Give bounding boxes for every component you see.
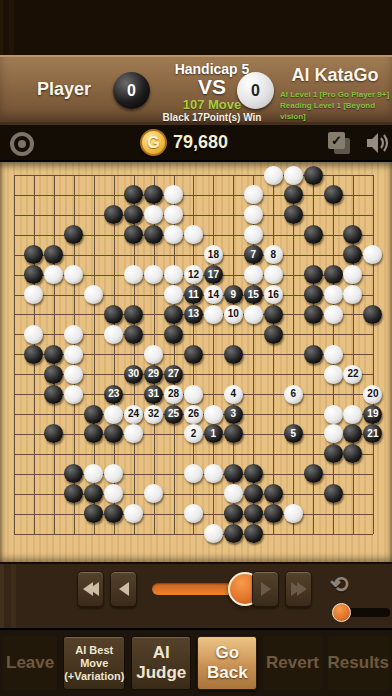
go-back-button[interactable]: Go Back bbox=[197, 636, 257, 690]
move-number: 25 bbox=[168, 409, 179, 419]
white-stone bbox=[104, 405, 123, 424]
white-stone bbox=[204, 305, 223, 324]
grid-line bbox=[14, 534, 373, 535]
white-stone: 28 bbox=[164, 385, 183, 404]
white-stone: 2 bbox=[184, 424, 203, 443]
white-stone: 16 bbox=[264, 285, 283, 304]
black-stone bbox=[304, 265, 323, 284]
black-stone bbox=[164, 305, 183, 324]
checkbox-check-glyph: ✓ bbox=[328, 132, 345, 149]
white-stone bbox=[64, 325, 83, 344]
white-stone bbox=[184, 225, 203, 244]
white-stone bbox=[324, 365, 343, 384]
white-stone bbox=[44, 265, 63, 284]
white-stone bbox=[184, 385, 203, 404]
black-stone bbox=[264, 484, 283, 503]
ai-info: AI KataGo AI Level 1 [Pro Go Player 9+] … bbox=[280, 65, 390, 122]
white-stone bbox=[284, 166, 303, 185]
move-number: 4 bbox=[231, 389, 237, 399]
ai-best-move-button[interactable]: AI Best Move (+Variation) bbox=[63, 636, 125, 690]
white-stone bbox=[64, 265, 83, 284]
black-stone bbox=[144, 225, 163, 244]
white-stone: 4 bbox=[224, 385, 243, 404]
white-stone bbox=[244, 265, 263, 284]
black-stone: 29 bbox=[144, 365, 163, 384]
white-capture-counter: 0 bbox=[237, 72, 274, 109]
black-stone bbox=[124, 185, 143, 204]
black-stone bbox=[224, 504, 243, 523]
black-stone bbox=[84, 484, 103, 503]
white-stone: 20 bbox=[363, 385, 382, 404]
black-stone bbox=[324, 444, 343, 463]
white-stone bbox=[84, 285, 103, 304]
black-stone bbox=[324, 484, 343, 503]
black-stone bbox=[64, 464, 83, 483]
move-slider[interactable] bbox=[152, 583, 248, 595]
white-capture-count: 0 bbox=[251, 82, 260, 100]
black-stone bbox=[264, 325, 283, 344]
step-forward-icon bbox=[261, 582, 271, 596]
white-stone bbox=[244, 205, 263, 224]
white-stone bbox=[144, 205, 163, 224]
white-stone bbox=[184, 504, 203, 523]
move-number: 13 bbox=[188, 309, 199, 319]
black-stone: 23 bbox=[104, 385, 123, 404]
black-stone bbox=[44, 245, 63, 264]
black-stone bbox=[284, 205, 303, 224]
ai-level-label: AI Level 1 [Pro Go Player 9+] bbox=[280, 89, 390, 100]
black-stone bbox=[44, 365, 63, 384]
move-number: 2 bbox=[191, 429, 197, 439]
black-stone bbox=[224, 524, 243, 543]
white-stone bbox=[164, 225, 183, 244]
black-stone bbox=[244, 464, 263, 483]
black-stone: 13 bbox=[184, 305, 203, 324]
move-number: 18 bbox=[208, 250, 219, 260]
rewind-icon bbox=[85, 582, 97, 596]
black-stone bbox=[24, 265, 43, 284]
white-stone bbox=[124, 265, 143, 284]
coin-amount: 79,680 bbox=[173, 132, 228, 153]
refresh-icon[interactable]: ⟲ bbox=[330, 572, 348, 598]
move-number: 22 bbox=[347, 369, 358, 379]
step-back-button[interactable] bbox=[110, 571, 137, 607]
black-stone bbox=[244, 504, 263, 523]
move-number: 6 bbox=[290, 389, 296, 399]
move-number: 16 bbox=[268, 290, 279, 300]
ai-name: AI KataGo bbox=[280, 65, 390, 86]
white-stone bbox=[164, 205, 183, 224]
move-number: 26 bbox=[188, 409, 199, 419]
black-stone bbox=[264, 305, 283, 324]
black-stone bbox=[124, 225, 143, 244]
move-number: 29 bbox=[148, 369, 159, 379]
white-stone: 10 bbox=[224, 305, 243, 324]
black-stone: 3 bbox=[224, 405, 243, 424]
move-number: 1 bbox=[211, 429, 217, 439]
ai-reading-label: Reading Level 1 [Beyond vision] bbox=[280, 100, 390, 122]
black-capture-count: 0 bbox=[127, 82, 136, 100]
white-stone bbox=[264, 166, 283, 185]
black-stone bbox=[124, 305, 143, 324]
black-capture-counter: 0 bbox=[113, 72, 150, 109]
go-app-screen: Player 0 Handicap 5 VS 107 Move Black 17… bbox=[0, 0, 392, 696]
white-stone bbox=[164, 285, 183, 304]
go-board[interactable]: 1878121711149151613103029272223312846202… bbox=[0, 162, 392, 562]
black-stone bbox=[304, 225, 323, 244]
volume-mini-knob[interactable] bbox=[332, 603, 351, 622]
white-stone bbox=[224, 484, 243, 503]
white-stone bbox=[84, 464, 103, 483]
white-stone bbox=[284, 504, 303, 523]
black-stone bbox=[244, 524, 263, 543]
white-stone bbox=[124, 424, 143, 443]
black-stone bbox=[64, 484, 83, 503]
black-stone bbox=[304, 345, 323, 364]
black-stone bbox=[44, 424, 63, 443]
black-stone bbox=[224, 345, 243, 364]
checkbox-icon[interactable]: ✓ bbox=[328, 132, 350, 154]
move-number: 31 bbox=[148, 389, 159, 399]
black-stone bbox=[104, 424, 123, 443]
black-stone bbox=[224, 464, 243, 483]
white-stone: 26 bbox=[184, 405, 203, 424]
white-stone bbox=[324, 305, 343, 324]
black-stone bbox=[104, 205, 123, 224]
black-stone bbox=[84, 405, 103, 424]
black-stone bbox=[363, 305, 382, 324]
white-stone bbox=[343, 265, 362, 284]
grid-line bbox=[293, 175, 294, 534]
black-stone: 31 bbox=[144, 385, 163, 404]
black-stone bbox=[304, 285, 323, 304]
coin-balance: G 79,680 bbox=[140, 129, 228, 156]
move-number: 15 bbox=[248, 290, 259, 300]
results-button[interactable]: Results bbox=[328, 636, 389, 690]
move-number: 11 bbox=[188, 290, 199, 300]
move-number: 24 bbox=[128, 409, 139, 419]
ai-judge-button[interactable]: AI Judge bbox=[131, 636, 191, 690]
grid-line bbox=[14, 454, 373, 455]
volume-mini-slider[interactable] bbox=[336, 608, 390, 617]
speaker-icon[interactable] bbox=[366, 132, 390, 158]
white-stone bbox=[324, 285, 343, 304]
move-number: 30 bbox=[128, 369, 139, 379]
white-stone bbox=[64, 385, 83, 404]
black-stone: 1 bbox=[204, 424, 223, 443]
black-stone: 27 bbox=[164, 365, 183, 384]
black-stone: 7 bbox=[244, 245, 263, 264]
black-stone: 11 bbox=[184, 285, 203, 304]
white-stone bbox=[24, 325, 43, 344]
black-stone bbox=[104, 504, 123, 523]
white-stone bbox=[124, 504, 143, 523]
judge-result-label: Black 17Point(s) Win bbox=[152, 112, 272, 123]
black-stone bbox=[64, 225, 83, 244]
black-stone: 30 bbox=[124, 365, 143, 384]
white-stone: 6 bbox=[284, 385, 303, 404]
black-stone bbox=[104, 305, 123, 324]
black-stone bbox=[184, 345, 203, 364]
white-stone bbox=[324, 405, 343, 424]
black-stone bbox=[304, 305, 323, 324]
move-number: 27 bbox=[168, 369, 179, 379]
black-stone: 5 bbox=[284, 424, 303, 443]
white-stone bbox=[104, 484, 123, 503]
black-stone bbox=[264, 504, 283, 523]
black-stone bbox=[124, 325, 143, 344]
black-stone bbox=[84, 424, 103, 443]
grid-line bbox=[373, 175, 374, 534]
move-number: 9 bbox=[231, 290, 237, 300]
white-stone bbox=[144, 484, 163, 503]
move-number: 5 bbox=[290, 429, 296, 439]
black-stone: 9 bbox=[224, 285, 243, 304]
move-number: 23 bbox=[108, 389, 119, 399]
white-stone: 14 bbox=[204, 285, 223, 304]
white-stone: 32 bbox=[144, 405, 163, 424]
white-stone bbox=[204, 464, 223, 483]
leave-button[interactable]: Leave bbox=[3, 636, 57, 690]
black-stone: 17 bbox=[204, 265, 223, 284]
top-wood-background bbox=[0, 0, 392, 55]
player-name: Player bbox=[14, 79, 114, 100]
black-stone bbox=[224, 424, 243, 443]
black-stone: 19 bbox=[363, 405, 382, 424]
black-stone bbox=[343, 225, 362, 244]
white-stone: 12 bbox=[184, 265, 203, 284]
bottom-toolbar: Leave AI Best Move (+Variation) AI Judge… bbox=[0, 628, 392, 696]
match-header: Player 0 Handicap 5 VS 107 Move Black 17… bbox=[0, 55, 392, 125]
white-stone: 22 bbox=[343, 365, 362, 384]
black-stone bbox=[304, 166, 323, 185]
black-stone: 21 bbox=[363, 424, 382, 443]
move-number: 12 bbox=[188, 270, 199, 280]
move-number: 28 bbox=[168, 389, 179, 399]
eye-icon[interactable] bbox=[10, 132, 34, 156]
move-number: 21 bbox=[367, 429, 378, 439]
white-stone bbox=[24, 285, 43, 304]
white-stone bbox=[324, 424, 343, 443]
white-stone bbox=[104, 464, 123, 483]
white-stone bbox=[244, 305, 263, 324]
black-stone bbox=[343, 424, 362, 443]
status-row: G 79,680 ✓ bbox=[0, 125, 392, 162]
black-stone bbox=[44, 385, 63, 404]
move-number: 20 bbox=[367, 389, 378, 399]
black-stone bbox=[284, 185, 303, 204]
white-stone bbox=[343, 405, 362, 424]
black-stone: 15 bbox=[244, 285, 263, 304]
white-stone bbox=[264, 265, 283, 284]
black-stone bbox=[304, 464, 323, 483]
step-back-icon bbox=[119, 582, 129, 596]
grid-line bbox=[273, 175, 274, 534]
black-stone bbox=[343, 444, 362, 463]
black-stone bbox=[24, 345, 43, 364]
white-stone: 8 bbox=[264, 245, 283, 264]
white-stone bbox=[104, 325, 123, 344]
black-stone bbox=[24, 245, 43, 264]
black-stone bbox=[84, 504, 103, 523]
move-number: 17 bbox=[208, 270, 219, 280]
black-stone bbox=[343, 245, 362, 264]
rewind-to-start-button[interactable] bbox=[77, 571, 104, 607]
white-stone bbox=[144, 265, 163, 284]
white-stone bbox=[363, 245, 382, 264]
white-stone bbox=[343, 285, 362, 304]
revert-button[interactable]: Revert bbox=[263, 636, 321, 690]
black-stone bbox=[324, 265, 343, 284]
white-stone bbox=[164, 265, 183, 284]
black-stone: 25 bbox=[164, 405, 183, 424]
move-number: 3 bbox=[231, 409, 237, 419]
black-stone bbox=[244, 484, 263, 503]
coin-icon: G bbox=[140, 129, 167, 156]
black-stone bbox=[44, 345, 63, 364]
move-number: 19 bbox=[367, 409, 378, 419]
black-stone bbox=[144, 185, 163, 204]
move-number: 14 bbox=[208, 290, 219, 300]
white-stone: 24 bbox=[124, 405, 143, 424]
white-stone bbox=[184, 464, 203, 483]
white-stone bbox=[244, 225, 263, 244]
move-number: 32 bbox=[148, 409, 159, 419]
black-stone bbox=[124, 205, 143, 224]
fast-forward-icon bbox=[293, 582, 305, 596]
move-number: 10 bbox=[228, 309, 239, 319]
step-forward-button[interactable] bbox=[252, 571, 279, 607]
white-stone bbox=[164, 185, 183, 204]
white-stone bbox=[204, 405, 223, 424]
white-stone bbox=[64, 365, 83, 384]
white-stone bbox=[64, 345, 83, 364]
fast-forward-button[interactable] bbox=[285, 571, 312, 607]
white-stone: 18 bbox=[204, 245, 223, 264]
white-stone bbox=[144, 345, 163, 364]
replay-controls: ⟲ bbox=[0, 562, 392, 628]
black-stone bbox=[164, 325, 183, 344]
move-number: 7 bbox=[250, 250, 256, 260]
white-stone bbox=[324, 345, 343, 364]
white-stone bbox=[244, 185, 263, 204]
white-stone bbox=[204, 524, 223, 543]
move-number: 8 bbox=[270, 250, 276, 260]
black-stone bbox=[324, 185, 343, 204]
